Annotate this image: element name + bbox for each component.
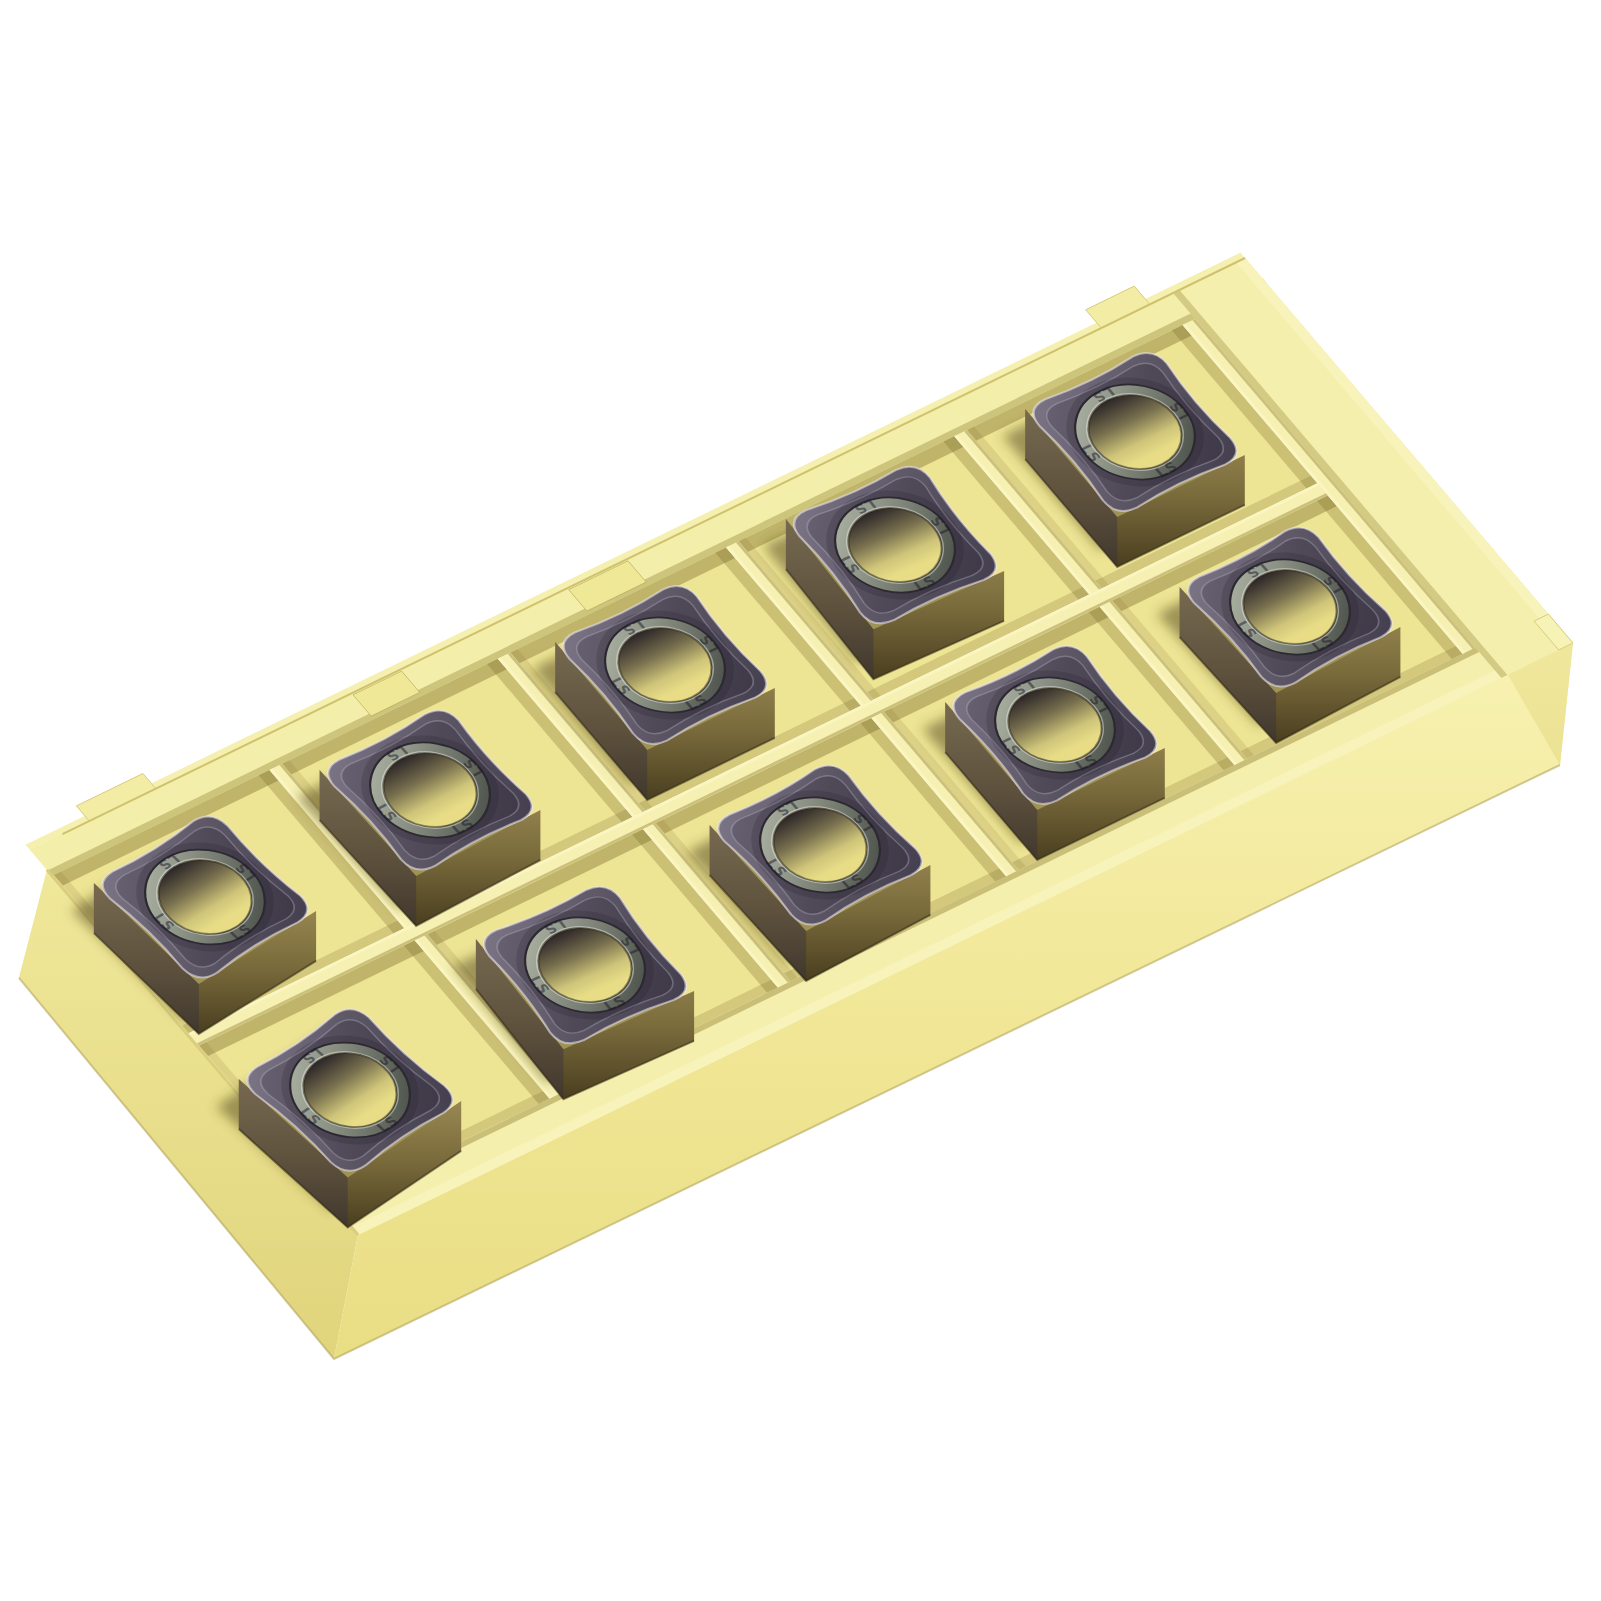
product-photo: LSLSLSLSLSLSLSLSLSLSLSLSLSLSLSLSLSLSLSLS… — [0, 0, 1601, 1601]
scene-svg: LSLSLSLSLSLSLSLSLSLSLSLSLSLSLSLSLSLSLSLS… — [0, 0, 1601, 1601]
